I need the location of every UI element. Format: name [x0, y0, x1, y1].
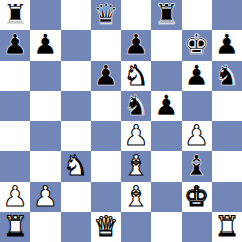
square-c2[interactable] — [61, 182, 91, 212]
square-h4[interactable] — [212, 121, 242, 151]
black-rook[interactable]: ♜ — [154, 1, 179, 29]
white-rook[interactable]: ♜ — [3, 213, 28, 241]
black-pawn[interactable]: ♟ — [214, 31, 239, 59]
square-c7[interactable] — [61, 30, 91, 60]
square-f5[interactable]: ♟ — [151, 91, 181, 121]
square-c5[interactable] — [61, 91, 91, 121]
white-pawn[interactable]: ♟ — [33, 183, 58, 211]
square-a6[interactable] — [0, 61, 30, 91]
square-b8[interactable] — [30, 0, 60, 30]
black-rook[interactable]: ♜ — [3, 1, 28, 29]
square-a1[interactable]: ♜ — [0, 212, 30, 242]
square-f6[interactable] — [151, 61, 181, 91]
black-king[interactable]: ♚ — [184, 31, 209, 59]
square-f1[interactable] — [151, 212, 181, 242]
square-g4[interactable]: ♟ — [182, 121, 212, 151]
square-b3[interactable] — [30, 151, 60, 181]
square-h3[interactable] — [212, 151, 242, 181]
white-pawn[interactable]: ♟ — [124, 122, 149, 150]
square-e8[interactable] — [121, 0, 151, 30]
square-h8[interactable] — [212, 0, 242, 30]
square-e5[interactable]: ♞ — [121, 91, 151, 121]
white-rook[interactable]: ♜ — [214, 213, 239, 241]
white-bishop[interactable]: ♝ — [124, 152, 149, 180]
square-b1[interactable] — [30, 212, 60, 242]
black-pawn[interactable]: ♟ — [154, 92, 179, 120]
square-e1[interactable] — [121, 212, 151, 242]
square-b7[interactable]: ♟ — [30, 30, 60, 60]
black-pawn[interactable]: ♟ — [3, 31, 28, 59]
square-b6[interactable] — [30, 61, 60, 91]
square-h2[interactable] — [212, 182, 242, 212]
square-b5[interactable] — [30, 91, 60, 121]
square-f7[interactable] — [151, 30, 181, 60]
square-e2[interactable]: ♝ — [121, 182, 151, 212]
square-d7[interactable] — [91, 30, 121, 60]
square-a5[interactable] — [0, 91, 30, 121]
square-e4[interactable]: ♟ — [121, 121, 151, 151]
white-queen[interactable]: ♛ — [93, 213, 118, 241]
square-f3[interactable] — [151, 151, 181, 181]
square-e7[interactable]: ♟ — [121, 30, 151, 60]
square-f4[interactable] — [151, 121, 181, 151]
square-d1[interactable]: ♛ — [91, 212, 121, 242]
square-c1[interactable] — [61, 212, 91, 242]
square-d8[interactable]: ♛ — [91, 0, 121, 30]
black-knight[interactable]: ♞ — [124, 92, 149, 120]
square-g3[interactable]: ♝ — [182, 151, 212, 181]
white-pawn[interactable]: ♟ — [3, 183, 28, 211]
black-pawn[interactable]: ♟ — [93, 62, 118, 90]
square-c3[interactable]: ♞ — [61, 151, 91, 181]
square-c6[interactable] — [61, 61, 91, 91]
square-c8[interactable] — [61, 0, 91, 30]
square-d4[interactable] — [91, 121, 121, 151]
square-h6[interactable]: ♞ — [212, 61, 242, 91]
black-queen[interactable]: ♛ — [93, 1, 118, 29]
square-a2[interactable]: ♟ — [0, 182, 30, 212]
square-b2[interactable]: ♟ — [30, 182, 60, 212]
square-f2[interactable] — [151, 182, 181, 212]
chess-board: ♜♛♜♟♟♟♚♟♟♞♟♞♞♟♟♟♞♝♝♟♟♝♚♜♛♜ — [0, 0, 242, 242]
square-a8[interactable]: ♜ — [0, 0, 30, 30]
white-knight[interactable]: ♞ — [63, 152, 88, 180]
black-pawn[interactable]: ♟ — [184, 62, 209, 90]
square-c4[interactable] — [61, 121, 91, 151]
square-h1[interactable]: ♜ — [212, 212, 242, 242]
black-knight[interactable]: ♞ — [214, 62, 239, 90]
white-pawn[interactable]: ♟ — [184, 122, 209, 150]
square-h5[interactable] — [212, 91, 242, 121]
square-b4[interactable] — [30, 121, 60, 151]
square-g1[interactable] — [182, 212, 212, 242]
square-e6[interactable]: ♞ — [121, 61, 151, 91]
square-g7[interactable]: ♚ — [182, 30, 212, 60]
square-f8[interactable]: ♜ — [151, 0, 181, 30]
square-e3[interactable]: ♝ — [121, 151, 151, 181]
white-king[interactable]: ♚ — [184, 183, 209, 211]
square-d5[interactable] — [91, 91, 121, 121]
black-pawn[interactable]: ♟ — [33, 31, 58, 59]
black-pawn[interactable]: ♟ — [124, 31, 149, 59]
white-knight[interactable]: ♞ — [124, 62, 149, 90]
square-a3[interactable] — [0, 151, 30, 181]
square-g8[interactable] — [182, 0, 212, 30]
square-h7[interactable]: ♟ — [212, 30, 242, 60]
square-g5[interactable] — [182, 91, 212, 121]
square-d6[interactable]: ♟ — [91, 61, 121, 91]
square-a4[interactable] — [0, 121, 30, 151]
white-bishop[interactable]: ♝ — [124, 183, 149, 211]
square-g2[interactable]: ♚ — [182, 182, 212, 212]
square-d2[interactable] — [91, 182, 121, 212]
square-d3[interactable] — [91, 151, 121, 181]
square-a7[interactable]: ♟ — [0, 30, 30, 60]
black-bishop[interactable]: ♝ — [184, 152, 209, 180]
square-g6[interactable]: ♟ — [182, 61, 212, 91]
